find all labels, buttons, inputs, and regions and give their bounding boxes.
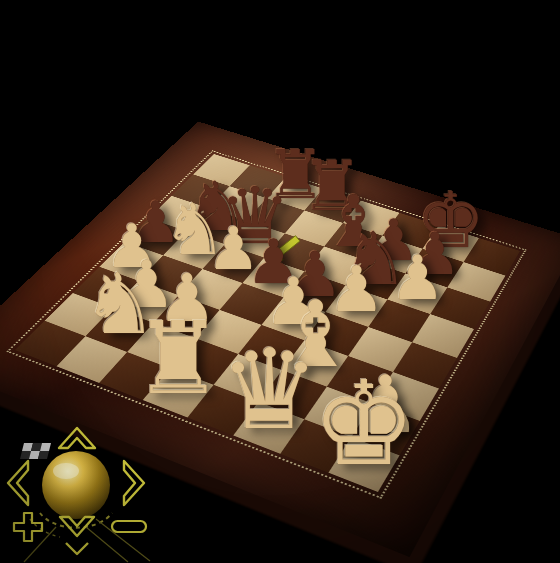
chess-app-stage: ♜♜♚♝♟♟♞♛♞♟♟♞♟♟♟♟♟♟♟♟♝♞♟♜♛♚ [0, 0, 560, 563]
flag-icon[interactable] [20, 443, 51, 459]
trackball[interactable] [42, 451, 110, 519]
white-king-h1[interactable]: ♚ [306, 366, 422, 482]
rotate-left-button[interactable] [8, 461, 28, 505]
rotate-up-button[interactable] [59, 428, 95, 448]
zoom-out-button[interactable] [112, 521, 146, 532]
white-pawn-g6[interactable]: ♟ [387, 247, 448, 308]
rotate-right-button[interactable] [124, 461, 144, 505]
rotate-down-button[interactable] [60, 517, 94, 554]
white-rook-d1[interactable]: ♜ [128, 309, 228, 409]
zoom-in-button[interactable] [14, 513, 42, 541]
navigation-cluster [0, 415, 175, 563]
